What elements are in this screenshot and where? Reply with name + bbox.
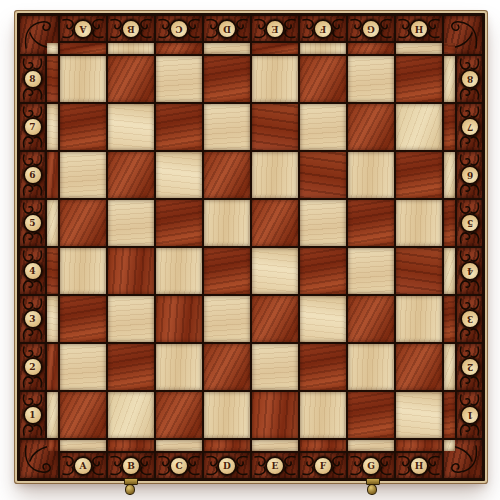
- square-a1[interactable]: [60, 392, 106, 438]
- file-label-top-f: F: [313, 19, 333, 39]
- square-d7[interactable]: [204, 104, 250, 150]
- square-c5[interactable]: [156, 200, 202, 246]
- strip-left-2: [47, 344, 58, 390]
- clasp-knob: [125, 484, 135, 495]
- frame-bottom-a: A: [60, 453, 106, 478]
- frame-right-3: 3: [457, 296, 482, 342]
- frame-bottom-d: D: [204, 453, 250, 478]
- rank-label-right-2: 2: [460, 357, 480, 377]
- frame-right-4: 4: [457, 248, 482, 294]
- frame-right-1: 1: [457, 392, 482, 438]
- square-g4[interactable]: [348, 248, 394, 294]
- frame-right-7: 7: [457, 104, 482, 150]
- file-label-bottom-a: A: [73, 456, 93, 476]
- strip-right-1: [444, 392, 455, 438]
- frame-bottom-g: G: [348, 453, 394, 478]
- strip-bottom-h: [396, 440, 442, 451]
- strip-right-2: [444, 344, 455, 390]
- square-h4[interactable]: [396, 248, 442, 294]
- frame-right-8: 8: [457, 56, 482, 102]
- file-label-top-e: E: [265, 19, 285, 39]
- frame-bottom-h: H: [396, 453, 442, 478]
- square-d3[interactable]: [204, 296, 250, 342]
- strip-left-8: [47, 56, 58, 102]
- rank-label-right-1: 1: [460, 405, 480, 425]
- square-f1[interactable]: [300, 392, 346, 438]
- square-d5[interactable]: [204, 200, 250, 246]
- square-e3[interactable]: [252, 296, 298, 342]
- strip-bottom-g: [348, 440, 394, 451]
- rank-label-left-4: 4: [23, 261, 43, 281]
- strip-corner-bl: [47, 440, 58, 451]
- square-a6[interactable]: [60, 152, 106, 198]
- frame-right-6: 6: [457, 152, 482, 198]
- square-c1[interactable]: [156, 392, 202, 438]
- square-h2[interactable]: [396, 344, 442, 390]
- square-a4[interactable]: [60, 248, 106, 294]
- rank-label-right-5: 5: [460, 213, 480, 233]
- rank-label-left-8: 8: [23, 69, 43, 89]
- frame-top-d: D: [204, 16, 250, 41]
- frame-left-1: 1: [20, 392, 45, 438]
- strip-left-7: [47, 104, 58, 150]
- frame-bottom-f: F: [300, 453, 346, 478]
- strip-corner-tr: [444, 43, 455, 54]
- frame-bottom-b: B: [108, 453, 154, 478]
- file-label-bottom-b: B: [121, 456, 141, 476]
- square-b2[interactable]: [108, 344, 154, 390]
- square-f7[interactable]: [300, 104, 346, 150]
- square-c4[interactable]: [156, 248, 202, 294]
- strip-bottom-f: [300, 440, 346, 451]
- frame-right-5: 5: [457, 200, 482, 246]
- square-e7[interactable]: [252, 104, 298, 150]
- frame-left-8: 8: [20, 56, 45, 102]
- square-a7[interactable]: [60, 104, 106, 150]
- strip-bottom-c: [156, 440, 202, 451]
- rank-label-right-8: 8: [460, 69, 480, 89]
- square-h3[interactable]: [396, 296, 442, 342]
- brass-clasp-right: [366, 478, 378, 496]
- strip-top-b: [108, 43, 154, 54]
- square-d4[interactable]: [204, 248, 250, 294]
- square-b7[interactable]: [108, 104, 154, 150]
- frame-left-5: 5: [20, 200, 45, 246]
- strip-top-g: [348, 43, 394, 54]
- file-label-bottom-c: C: [169, 456, 189, 476]
- square-g2[interactable]: [348, 344, 394, 390]
- square-c6[interactable]: [156, 152, 202, 198]
- square-c7[interactable]: [156, 104, 202, 150]
- square-b3[interactable]: [108, 296, 154, 342]
- clasp-knob: [367, 484, 377, 495]
- strip-right-8: [444, 56, 455, 102]
- frame-top-b: B: [108, 16, 154, 41]
- square-e4[interactable]: [252, 248, 298, 294]
- strip-left-6: [47, 152, 58, 198]
- rank-label-left-7: 7: [23, 117, 43, 137]
- square-b1[interactable]: [108, 392, 154, 438]
- square-g7[interactable]: [348, 104, 394, 150]
- file-label-top-g: G: [361, 19, 381, 39]
- frame-bottom-c: C: [156, 453, 202, 478]
- strip-left-5: [47, 200, 58, 246]
- square-d8[interactable]: [204, 56, 250, 102]
- square-g8[interactable]: [348, 56, 394, 102]
- frame-left-3: 3: [20, 296, 45, 342]
- square-c2[interactable]: [156, 344, 202, 390]
- rank-label-right-7: 7: [460, 117, 480, 137]
- square-d2[interactable]: [204, 344, 250, 390]
- rank-label-right-6: 6: [460, 165, 480, 185]
- strip-right-5: [444, 200, 455, 246]
- square-a2[interactable]: [60, 344, 106, 390]
- file-label-bottom-d: D: [217, 456, 237, 476]
- product-photo-scene: AA88BB77CC66DD55EE44FF33GG22HH11: [0, 0, 500, 500]
- square-h1[interactable]: [396, 392, 442, 438]
- brass-clasp-left: [124, 478, 136, 496]
- frame-top-a: A: [60, 16, 106, 41]
- frame-top-g: G: [348, 16, 394, 41]
- strip-corner-br: [444, 440, 455, 451]
- file-label-top-a: A: [73, 19, 93, 39]
- square-h6[interactable]: [396, 152, 442, 198]
- file-label-bottom-h: H: [409, 456, 429, 476]
- square-a5[interactable]: [60, 200, 106, 246]
- file-label-top-c: C: [169, 19, 189, 39]
- file-label-bottom-e: E: [265, 456, 285, 476]
- square-d1[interactable]: [204, 392, 250, 438]
- square-e5[interactable]: [252, 200, 298, 246]
- strip-right-7: [444, 104, 455, 150]
- square-c8[interactable]: [156, 56, 202, 102]
- square-a3[interactable]: [60, 296, 106, 342]
- strip-right-3: [444, 296, 455, 342]
- file-label-top-b: B: [121, 19, 141, 39]
- strip-top-a: [60, 43, 106, 54]
- frame-left-2: 2: [20, 344, 45, 390]
- strip-bottom-a: [60, 440, 106, 451]
- square-f5[interactable]: [300, 200, 346, 246]
- square-e6[interactable]: [252, 152, 298, 198]
- strip-bottom-d: [204, 440, 250, 451]
- square-g1[interactable]: [348, 392, 394, 438]
- square-b8[interactable]: [108, 56, 154, 102]
- frame-right-2: 2: [457, 344, 482, 390]
- strip-right-4: [444, 248, 455, 294]
- square-h8[interactable]: [396, 56, 442, 102]
- strip-bottom-b: [108, 440, 154, 451]
- frame-top-c: C: [156, 16, 202, 41]
- frame-left-6: 6: [20, 152, 45, 198]
- frame-top-e: E: [252, 16, 298, 41]
- square-a8[interactable]: [60, 56, 106, 102]
- rank-label-left-3: 3: [23, 309, 43, 329]
- square-g6[interactable]: [348, 152, 394, 198]
- square-b6[interactable]: [108, 152, 154, 198]
- strip-top-e: [252, 43, 298, 54]
- strip-right-6: [444, 152, 455, 198]
- rank-label-left-2: 2: [23, 357, 43, 377]
- frame-top-f: F: [300, 16, 346, 41]
- rank-label-right-4: 4: [460, 261, 480, 281]
- file-label-bottom-f: F: [313, 456, 333, 476]
- frame-left-4: 4: [20, 248, 45, 294]
- square-c3[interactable]: [156, 296, 202, 342]
- square-f3[interactable]: [300, 296, 346, 342]
- frame-top-h: H: [396, 16, 442, 41]
- square-f2[interactable]: [300, 344, 346, 390]
- strip-corner-tl: [47, 43, 58, 54]
- file-label-top-h: H: [409, 19, 429, 39]
- square-f6[interactable]: [300, 152, 346, 198]
- strip-top-h: [396, 43, 442, 54]
- file-label-bottom-g: G: [361, 456, 381, 476]
- strip-left-1: [47, 392, 58, 438]
- chess-board: AA88BB77CC66DD55EE44FF33GG22HH11: [17, 13, 485, 481]
- square-d6[interactable]: [204, 152, 250, 198]
- square-b4[interactable]: [108, 248, 154, 294]
- square-g3[interactable]: [348, 296, 394, 342]
- rank-label-left-1: 1: [23, 405, 43, 425]
- square-f8[interactable]: [300, 56, 346, 102]
- square-e2[interactable]: [252, 344, 298, 390]
- square-e8[interactable]: [252, 56, 298, 102]
- square-h5[interactable]: [396, 200, 442, 246]
- frame-bottom-e: E: [252, 453, 298, 478]
- square-e1[interactable]: [252, 392, 298, 438]
- rank-label-right-3: 3: [460, 309, 480, 329]
- strip-left-3: [47, 296, 58, 342]
- square-f4[interactable]: [300, 248, 346, 294]
- strip-top-d: [204, 43, 250, 54]
- strip-bottom-e: [252, 440, 298, 451]
- rank-label-left-5: 5: [23, 213, 43, 233]
- rank-label-left-6: 6: [23, 165, 43, 185]
- square-h7[interactable]: [396, 104, 442, 150]
- file-label-top-d: D: [217, 19, 237, 39]
- frame-left-7: 7: [20, 104, 45, 150]
- square-b5[interactable]: [108, 200, 154, 246]
- strip-top-f: [300, 43, 346, 54]
- strip-left-4: [47, 248, 58, 294]
- square-g5[interactable]: [348, 200, 394, 246]
- strip-top-c: [156, 43, 202, 54]
